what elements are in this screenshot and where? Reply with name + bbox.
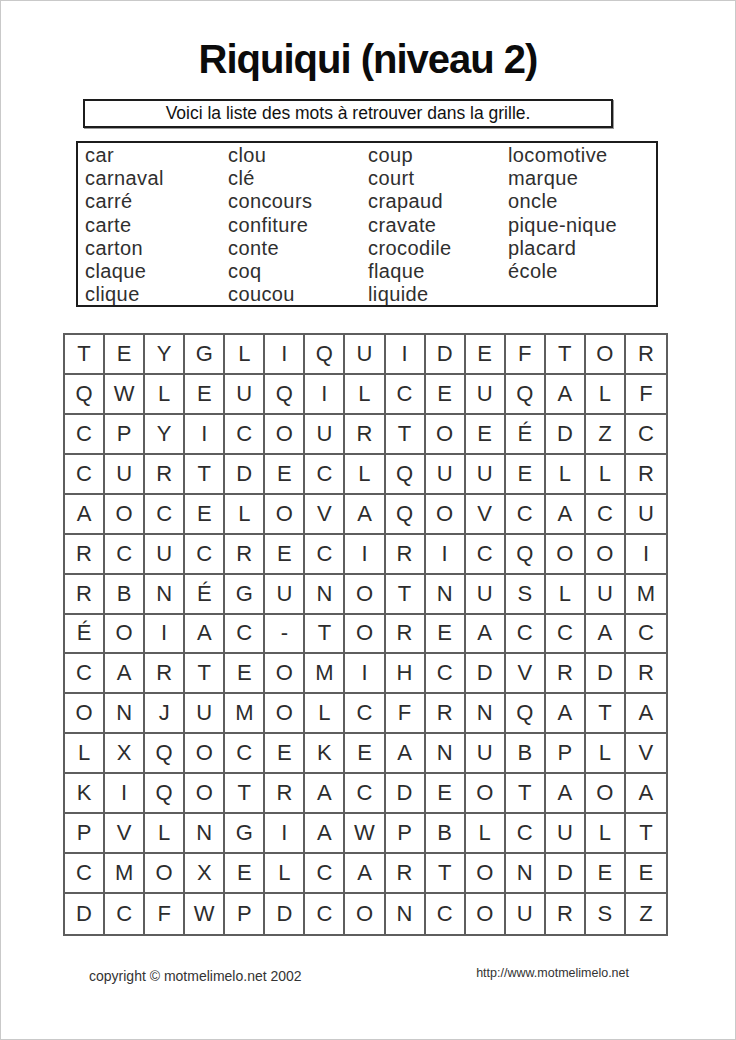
- grid-cell[interactable]: A: [586, 615, 626, 655]
- grid-cell[interactable]: O: [546, 535, 586, 575]
- grid-cell[interactable]: R: [386, 615, 426, 655]
- grid-cell[interactable]: B: [105, 575, 145, 615]
- word-list-column: coupcourtcrapaudcravatecrocodileflaqueli…: [368, 144, 508, 306]
- grid-cell[interactable]: A: [546, 495, 586, 535]
- grid-cell[interactable]: C: [105, 894, 145, 934]
- grid-cell[interactable]: N: [305, 575, 345, 615]
- grid-cell[interactable]: C: [626, 615, 666, 655]
- grid-cell[interactable]: M: [626, 575, 666, 615]
- grid-cell[interactable]: D: [386, 774, 426, 814]
- grid-cell[interactable]: T: [305, 615, 345, 655]
- grid-cell[interactable]: C: [506, 495, 546, 535]
- grid-cell[interactable]: O: [466, 774, 506, 814]
- grid-cell[interactable]: N: [105, 694, 145, 734]
- grid-cell[interactable]: N: [426, 734, 466, 774]
- grid-cell[interactable]: U: [426, 455, 466, 495]
- grid-cell[interactable]: O: [185, 734, 225, 774]
- grid-cell[interactable]: E: [626, 854, 666, 894]
- grid-cell[interactable]: R: [345, 415, 385, 455]
- grid-cell[interactable]: X: [105, 734, 145, 774]
- grid-cell[interactable]: O: [586, 535, 626, 575]
- grid-cell[interactable]: U: [145, 535, 185, 575]
- grid-cell[interactable]: A: [345, 495, 385, 535]
- grid-cell[interactable]: I: [426, 535, 466, 575]
- grid-cell[interactable]: U: [586, 575, 626, 615]
- grid-cell[interactable]: C: [305, 854, 345, 894]
- word-list-column: cloucléconcoursconfiturecontecoqcoucou: [228, 144, 368, 306]
- grid-cell[interactable]: L: [466, 814, 506, 854]
- grid-cell[interactable]: C: [225, 734, 265, 774]
- grid-cell[interactable]: É: [65, 615, 105, 655]
- grid-cell[interactable]: R: [145, 654, 185, 694]
- grid-cell[interactable]: K: [305, 734, 345, 774]
- grid-cell[interactable]: E: [225, 654, 265, 694]
- grid-cell[interactable]: I: [145, 615, 185, 655]
- grid-cell[interactable]: O: [345, 615, 385, 655]
- grid-cell[interactable]: R: [546, 654, 586, 694]
- grid-cell[interactable]: B: [506, 734, 546, 774]
- grid-cell[interactable]: C: [65, 415, 105, 455]
- grid-cell[interactable]: U: [466, 575, 506, 615]
- word-item: crocodile: [368, 237, 508, 260]
- grid-cell[interactable]: G: [225, 814, 265, 854]
- grid-cell[interactable]: C: [305, 894, 345, 934]
- grid-cell[interactable]: C: [546, 615, 586, 655]
- grid-cell[interactable]: T: [506, 774, 546, 814]
- grid-cell[interactable]: T: [426, 854, 466, 894]
- grid-cell[interactable]: U: [345, 335, 385, 375]
- grid-cell[interactable]: R: [626, 455, 666, 495]
- grid-cell[interactable]: V: [105, 814, 145, 854]
- grid-cell[interactable]: O: [586, 774, 626, 814]
- grid-cell[interactable]: L: [345, 455, 385, 495]
- grid-cell[interactable]: E: [345, 734, 385, 774]
- grid-cell[interactable]: A: [305, 814, 345, 854]
- word-item: marque: [508, 167, 656, 190]
- grid-cell[interactable]: N: [386, 894, 426, 934]
- grid-cell[interactable]: H: [386, 654, 426, 694]
- grid-cell[interactable]: O: [145, 854, 185, 894]
- grid-cell[interactable]: M: [305, 654, 345, 694]
- grid-cell[interactable]: -: [265, 615, 305, 655]
- word-item: carré: [85, 190, 228, 213]
- grid-cell[interactable]: L: [586, 814, 626, 854]
- grid-cell[interactable]: C: [305, 455, 345, 495]
- grid-cell[interactable]: Q: [65, 375, 105, 415]
- grid-cell[interactable]: E: [426, 615, 466, 655]
- word-item: clé: [228, 167, 368, 190]
- grid-cell[interactable]: U: [466, 455, 506, 495]
- grid-cell[interactable]: E: [185, 375, 225, 415]
- grid-cell[interactable]: U: [626, 495, 666, 535]
- grid-cell[interactable]: U: [546, 814, 586, 854]
- grid-cell[interactable]: U: [466, 375, 506, 415]
- grid-cell[interactable]: G: [225, 575, 265, 615]
- grid-cell[interactable]: R: [145, 455, 185, 495]
- grid-cell[interactable]: T: [225, 774, 265, 814]
- grid-cell[interactable]: D: [586, 654, 626, 694]
- grid-cell[interactable]: U: [305, 415, 345, 455]
- word-item: carte: [85, 214, 228, 237]
- grid-cell[interactable]: U: [265, 575, 305, 615]
- grid-cell[interactable]: D: [466, 654, 506, 694]
- grid-cell[interactable]: U: [105, 455, 145, 495]
- grid-cell[interactable]: C: [65, 854, 105, 894]
- page-title: Riquiqui (niveau 2): [1, 37, 735, 82]
- grid-cell[interactable]: U: [225, 375, 265, 415]
- grid-cell[interactable]: L: [546, 575, 586, 615]
- grid-cell[interactable]: C: [506, 615, 546, 655]
- grid-cell[interactable]: C: [426, 654, 466, 694]
- grid-cell[interactable]: Q: [386, 495, 426, 535]
- grid-cell[interactable]: S: [586, 894, 626, 934]
- grid-cell[interactable]: A: [626, 694, 666, 734]
- grid-cell[interactable]: C: [225, 415, 265, 455]
- grid-cell[interactable]: Y: [145, 335, 185, 375]
- grid-cell[interactable]: U: [185, 694, 225, 734]
- grid-cell[interactable]: Q: [265, 375, 305, 415]
- grid-cell[interactable]: O: [466, 854, 506, 894]
- grid-cell[interactable]: T: [185, 654, 225, 694]
- word-item: cravate: [368, 214, 508, 237]
- grid-cell[interactable]: A: [105, 654, 145, 694]
- grid-cell[interactable]: I: [265, 814, 305, 854]
- grid-cell[interactable]: X: [185, 854, 225, 894]
- grid-cell[interactable]: G: [185, 335, 225, 375]
- grid-cell[interactable]: R: [626, 654, 666, 694]
- word-item: liquide: [368, 283, 508, 306]
- grid-cell[interactable]: E: [265, 535, 305, 575]
- grid-cell[interactable]: C: [345, 694, 385, 734]
- word-item: carnaval: [85, 167, 228, 190]
- grid-cell[interactable]: A: [305, 774, 345, 814]
- grid-cell[interactable]: Z: [586, 415, 626, 455]
- grid-cell[interactable]: A: [546, 375, 586, 415]
- grid-cell[interactable]: R: [386, 854, 426, 894]
- grid-cell[interactable]: V: [626, 734, 666, 774]
- grid-cell[interactable]: R: [426, 694, 466, 734]
- grid-cell[interactable]: Q: [506, 694, 546, 734]
- grid-cell[interactable]: R: [65, 575, 105, 615]
- grid-cell[interactable]: D: [65, 894, 105, 934]
- grid-cell[interactable]: O: [345, 894, 385, 934]
- grid-cell[interactable]: T: [386, 415, 426, 455]
- grid-cell[interactable]: C: [386, 375, 426, 415]
- grid-cell[interactable]: P: [386, 814, 426, 854]
- grid-cell[interactable]: A: [65, 495, 105, 535]
- letter-grid: TEYGLIQUIDEFTORQWLEUQILCEUQALFCPYICOURTO…: [63, 333, 668, 936]
- word-item: placard: [508, 237, 656, 260]
- grid-cell[interactable]: E: [466, 335, 506, 375]
- word-item: confiture: [228, 214, 368, 237]
- grid-cell[interactable]: Z: [626, 894, 666, 934]
- word-list-column: carcarnavalcarrécartecartonclaqueclique: [85, 144, 228, 306]
- grid-cell[interactable]: C: [506, 814, 546, 854]
- grid-cell[interactable]: D: [225, 455, 265, 495]
- grid-cell[interactable]: U: [466, 734, 506, 774]
- grid-cell[interactable]: O: [265, 694, 305, 734]
- grid-cell[interactable]: R: [225, 535, 265, 575]
- grid-cell[interactable]: C: [225, 615, 265, 655]
- grid-cell[interactable]: O: [265, 495, 305, 535]
- grid-cell[interactable]: O: [65, 694, 105, 734]
- grid-cell[interactable]: C: [426, 894, 466, 934]
- grid-cell[interactable]: L: [586, 375, 626, 415]
- grid-cell[interactable]: L: [225, 335, 265, 375]
- grid-cell[interactable]: E: [185, 495, 225, 535]
- grid-cell[interactable]: I: [626, 535, 666, 575]
- word-item: concours: [228, 190, 368, 213]
- grid-cell[interactable]: P: [65, 814, 105, 854]
- grid-cell[interactable]: C: [305, 535, 345, 575]
- grid-cell[interactable]: I: [265, 335, 305, 375]
- word-item: locomotive: [508, 144, 656, 167]
- grid-cell[interactable]: W: [185, 894, 225, 934]
- grid-cell[interactable]: E: [105, 335, 145, 375]
- grid-cell[interactable]: T: [626, 814, 666, 854]
- grid-cell[interactable]: A: [466, 615, 506, 655]
- word-item: conte: [228, 237, 368, 260]
- grid-cell[interactable]: N: [506, 854, 546, 894]
- grid-cell[interactable]: W: [345, 814, 385, 854]
- word-item: pique-nique: [508, 214, 656, 237]
- grid-cell[interactable]: U: [506, 894, 546, 934]
- grid-cell[interactable]: T: [586, 694, 626, 734]
- grid-cell[interactable]: V: [305, 495, 345, 535]
- grid-cell[interactable]: E: [265, 455, 305, 495]
- grid-cell[interactable]: R: [386, 535, 426, 575]
- grid-cell[interactable]: E: [586, 854, 626, 894]
- website-url: http://www.motmelimelo.net: [476, 966, 629, 980]
- grid-cell[interactable]: O: [105, 495, 145, 535]
- grid-cell[interactable]: Q: [386, 455, 426, 495]
- worksheet-page: Riquiqui (niveau 2) Voici la liste des m…: [0, 0, 736, 1040]
- grid-cell[interactable]: M: [225, 694, 265, 734]
- grid-cell[interactable]: D: [265, 894, 305, 934]
- grid-cell[interactable]: C: [466, 535, 506, 575]
- grid-cell[interactable]: I: [345, 535, 385, 575]
- grid-cell[interactable]: E: [225, 854, 265, 894]
- grid-cell[interactable]: N: [145, 575, 185, 615]
- grid-cell[interactable]: T: [546, 335, 586, 375]
- grid-cell[interactable]: C: [145, 495, 185, 535]
- word-item: carton: [85, 237, 228, 260]
- grid-cell[interactable]: Q: [506, 535, 546, 575]
- grid-cell[interactable]: B: [426, 814, 466, 854]
- grid-cell[interactable]: L: [586, 455, 626, 495]
- grid-cell[interactable]: C: [105, 535, 145, 575]
- grid-cell[interactable]: N: [466, 694, 506, 734]
- grid-cell[interactable]: N: [185, 814, 225, 854]
- grid-cell[interactable]: E: [265, 734, 305, 774]
- grid-cell[interactable]: É: [506, 415, 546, 455]
- grid-cell[interactable]: V: [466, 495, 506, 535]
- copyright-text: copyright © motmelimelo.net 2002: [89, 968, 302, 984]
- grid-cell[interactable]: E: [506, 455, 546, 495]
- grid-cell[interactable]: W: [105, 375, 145, 415]
- grid-cell[interactable]: C: [586, 495, 626, 535]
- grid-cell[interactable]: L: [345, 375, 385, 415]
- grid-cell[interactable]: K: [65, 774, 105, 814]
- grid-cell[interactable]: F: [626, 375, 666, 415]
- grid-cell[interactable]: L: [225, 495, 265, 535]
- grid-cell[interactable]: Q: [305, 335, 345, 375]
- grid-cell[interactable]: C: [65, 654, 105, 694]
- word-item: flaque: [368, 260, 508, 283]
- grid-cell[interactable]: L: [65, 734, 105, 774]
- word-item: coup: [368, 144, 508, 167]
- grid-cell[interactable]: J: [145, 694, 185, 734]
- grid-cell[interactable]: L: [265, 854, 305, 894]
- grid-cell[interactable]: T: [386, 575, 426, 615]
- grid-cell[interactable]: L: [145, 375, 185, 415]
- word-list: carcarnavalcarrécartecartonclaquecliquec…: [76, 141, 658, 307]
- grid-cell[interactable]: Q: [145, 734, 185, 774]
- word-item: crapaud: [368, 190, 508, 213]
- grid-cell[interactable]: I: [185, 415, 225, 455]
- grid-cell[interactable]: P: [105, 415, 145, 455]
- grid-cell[interactable]: T: [65, 335, 105, 375]
- grid-cell[interactable]: V: [506, 654, 546, 694]
- grid-cell[interactable]: O: [185, 774, 225, 814]
- grid-cell[interactable]: L: [145, 814, 185, 854]
- grid-cell[interactable]: I: [345, 654, 385, 694]
- grid-cell[interactable]: A: [386, 734, 426, 774]
- grid-cell[interactable]: A: [546, 774, 586, 814]
- grid-cell[interactable]: L: [546, 455, 586, 495]
- grid-cell[interactable]: I: [305, 375, 345, 415]
- grid-cell[interactable]: L: [586, 734, 626, 774]
- grid-cell[interactable]: Q: [145, 774, 185, 814]
- grid-cell[interactable]: C: [65, 455, 105, 495]
- grid-cell[interactable]: O: [265, 654, 305, 694]
- grid-cell[interactable]: M: [105, 854, 145, 894]
- grid-cell[interactable]: É: [185, 575, 225, 615]
- grid-cell[interactable]: R: [65, 535, 105, 575]
- grid-cell[interactable]: D: [546, 854, 586, 894]
- grid-cell[interactable]: C: [626, 415, 666, 455]
- grid-cell[interactable]: O: [466, 894, 506, 934]
- grid-cell[interactable]: R: [626, 335, 666, 375]
- grid-cell[interactable]: E: [466, 415, 506, 455]
- grid-cell[interactable]: O: [586, 335, 626, 375]
- grid-cell[interactable]: A: [185, 615, 225, 655]
- grid-cell[interactable]: P: [546, 734, 586, 774]
- word-item: coq: [228, 260, 368, 283]
- grid-cell[interactable]: O: [345, 575, 385, 615]
- word-item: clique: [85, 283, 228, 306]
- grid-cell[interactable]: E: [426, 774, 466, 814]
- word-item: court: [368, 167, 508, 190]
- grid-cell[interactable]: D: [546, 415, 586, 455]
- grid-cell[interactable]: O: [426, 415, 466, 455]
- grid-cell[interactable]: T: [185, 455, 225, 495]
- grid-cell[interactable]: L: [305, 694, 345, 734]
- grid-cell[interactable]: R: [546, 894, 586, 934]
- grid-cell[interactable]: A: [345, 854, 385, 894]
- grid-cell[interactable]: F: [506, 335, 546, 375]
- grid-cell[interactable]: I: [105, 774, 145, 814]
- grid-cell[interactable]: A: [546, 694, 586, 734]
- grid-cell[interactable]: O: [265, 415, 305, 455]
- grid-cell[interactable]: R: [265, 774, 305, 814]
- word-item: claque: [85, 260, 228, 283]
- word-item: coucou: [228, 283, 368, 306]
- grid-cell[interactable]: Q: [506, 375, 546, 415]
- grid-cell[interactable]: I: [386, 335, 426, 375]
- grid-cell[interactable]: Y: [145, 415, 185, 455]
- grid-cell[interactable]: N: [426, 575, 466, 615]
- grid-cell[interactable]: C: [185, 535, 225, 575]
- grid-cell[interactable]: F: [145, 894, 185, 934]
- instruction-box: Voici la liste des mots à retrouver dans…: [83, 99, 613, 128]
- grid-cell[interactable]: O: [426, 495, 466, 535]
- grid-cell[interactable]: O: [105, 615, 145, 655]
- grid-cell[interactable]: D: [426, 335, 466, 375]
- grid-cell[interactable]: S: [506, 575, 546, 615]
- grid-cell[interactable]: C: [345, 774, 385, 814]
- word-item: car: [85, 144, 228, 167]
- instruction-text: Voici la liste des mots à retrouver dans…: [166, 103, 531, 124]
- word-list-column: locomotivemarqueonclepique-niqueplacardé…: [508, 144, 656, 306]
- word-item: école: [508, 260, 656, 283]
- grid-cell[interactable]: A: [626, 774, 666, 814]
- grid-cell[interactable]: P: [225, 894, 265, 934]
- word-item: clou: [228, 144, 368, 167]
- grid-cell[interactable]: E: [426, 375, 466, 415]
- word-item: oncle: [508, 190, 656, 213]
- grid-cell[interactable]: F: [386, 694, 426, 734]
